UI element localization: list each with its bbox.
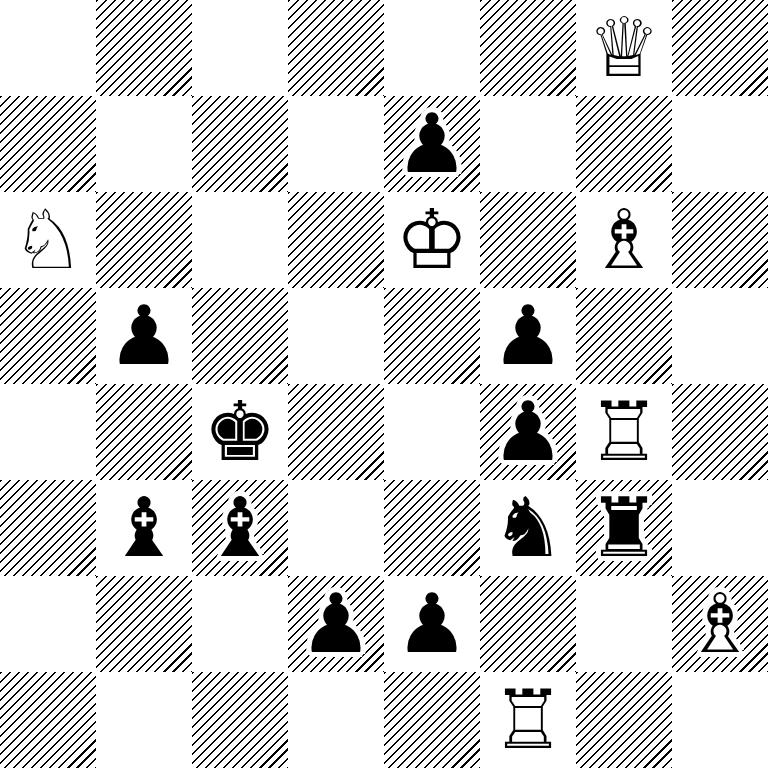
square-g8[interactable]: ♛♕	[576, 0, 672, 96]
black-knight[interactable]: ♞	[480, 480, 576, 576]
black-knight-halo: ♞	[480, 480, 576, 576]
square-c5[interactable]	[192, 288, 288, 384]
white-rook[interactable]: ♖	[480, 672, 576, 768]
square-a5[interactable]	[0, 288, 96, 384]
white-bishop-halo: ♝	[672, 576, 768, 672]
square-g4[interactable]: ♜♖	[576, 384, 672, 480]
square-g2[interactable]	[576, 576, 672, 672]
square-e3[interactable]	[384, 480, 480, 576]
square-f5[interactable]: ♟♟	[480, 288, 576, 384]
square-c2[interactable]	[192, 576, 288, 672]
square-f3[interactable]: ♞♞	[480, 480, 576, 576]
black-pawn-halo: ♟	[96, 288, 192, 384]
square-h4[interactable]	[672, 384, 768, 480]
white-knight[interactable]: ♘	[0, 192, 96, 288]
square-a3[interactable]	[0, 480, 96, 576]
black-pawn-halo: ♟	[288, 576, 384, 672]
white-king[interactable]: ♔	[384, 192, 480, 288]
square-h5[interactable]	[672, 288, 768, 384]
black-rook-halo: ♜	[576, 480, 672, 576]
square-g1[interactable]	[576, 672, 672, 768]
square-c6[interactable]	[192, 192, 288, 288]
square-d7[interactable]	[288, 96, 384, 192]
square-c4[interactable]: ♚♚	[192, 384, 288, 480]
white-rook-halo: ♜	[480, 672, 576, 768]
square-a1[interactable]	[0, 672, 96, 768]
square-f6[interactable]	[480, 192, 576, 288]
white-king-halo: ♚	[384, 192, 480, 288]
square-b3[interactable]: ♝♝	[96, 480, 192, 576]
square-b7[interactable]	[96, 96, 192, 192]
square-a7[interactable]	[0, 96, 96, 192]
white-bishop[interactable]: ♗	[576, 192, 672, 288]
square-d1[interactable]	[288, 672, 384, 768]
black-king-halo: ♚	[192, 384, 288, 480]
black-pawn-halo: ♟	[384, 576, 480, 672]
black-king[interactable]: ♚	[192, 384, 288, 480]
square-h7[interactable]	[672, 96, 768, 192]
white-rook[interactable]: ♖	[576, 384, 672, 480]
square-g6[interactable]: ♝♗	[576, 192, 672, 288]
square-g5[interactable]	[576, 288, 672, 384]
square-e2[interactable]: ♟♟	[384, 576, 480, 672]
square-b8[interactable]	[96, 0, 192, 96]
square-b5[interactable]: ♟♟	[96, 288, 192, 384]
black-bishop-halo: ♝	[96, 480, 192, 576]
black-bishop-halo: ♝	[192, 480, 288, 576]
square-h2[interactable]: ♝♗	[672, 576, 768, 672]
white-queen[interactable]: ♕	[576, 0, 672, 96]
chess-board: ♛♕♟♟♞♘♚♔♝♗♟♟♟♟♚♚♟♟♜♖♝♝♝♝♞♞♜♜♟♟♟♟♝♗♜♖	[0, 0, 768, 768]
square-b2[interactable]	[96, 576, 192, 672]
square-c7[interactable]	[192, 96, 288, 192]
square-b6[interactable]	[96, 192, 192, 288]
square-a2[interactable]	[0, 576, 96, 672]
black-pawn-halo: ♟	[480, 384, 576, 480]
square-e8[interactable]	[384, 0, 480, 96]
square-f8[interactable]	[480, 0, 576, 96]
square-d6[interactable]	[288, 192, 384, 288]
black-pawn-halo: ♟	[480, 288, 576, 384]
square-e7[interactable]: ♟♟	[384, 96, 480, 192]
square-e1[interactable]	[384, 672, 480, 768]
square-e5[interactable]	[384, 288, 480, 384]
square-c1[interactable]	[192, 672, 288, 768]
square-h3[interactable]	[672, 480, 768, 576]
black-rook[interactable]: ♜	[576, 480, 672, 576]
black-pawn[interactable]: ♟	[96, 288, 192, 384]
square-f4[interactable]: ♟♟	[480, 384, 576, 480]
square-b4[interactable]	[96, 384, 192, 480]
square-a4[interactable]	[0, 384, 96, 480]
square-a6[interactable]: ♞♘	[0, 192, 96, 288]
square-e6[interactable]: ♚♔	[384, 192, 480, 288]
square-h6[interactable]	[672, 192, 768, 288]
square-d4[interactable]	[288, 384, 384, 480]
black-bishop[interactable]: ♝	[192, 480, 288, 576]
square-a8[interactable]	[0, 0, 96, 96]
black-pawn-halo: ♟	[384, 96, 480, 192]
square-h1[interactable]	[672, 672, 768, 768]
square-c8[interactable]	[192, 0, 288, 96]
square-d8[interactable]	[288, 0, 384, 96]
square-g7[interactable]	[576, 96, 672, 192]
black-pawn[interactable]: ♟	[288, 576, 384, 672]
square-g3[interactable]: ♜♜	[576, 480, 672, 576]
square-h8[interactable]	[672, 0, 768, 96]
white-rook-halo: ♜	[576, 384, 672, 480]
square-d5[interactable]	[288, 288, 384, 384]
square-d3[interactable]	[288, 480, 384, 576]
square-b1[interactable]	[96, 672, 192, 768]
square-f2[interactable]	[480, 576, 576, 672]
black-pawn[interactable]: ♟	[384, 96, 480, 192]
square-d2[interactable]: ♟♟	[288, 576, 384, 672]
white-bishop-halo: ♝	[576, 192, 672, 288]
square-e4[interactable]	[384, 384, 480, 480]
white-bishop[interactable]: ♗	[672, 576, 768, 672]
black-pawn[interactable]: ♟	[480, 288, 576, 384]
square-f7[interactable]	[480, 96, 576, 192]
chess-diagram: ♛♕♟♟♞♘♚♔♝♗♟♟♟♟♚♚♟♟♜♖♝♝♝♝♞♞♜♜♟♟♟♟♝♗♜♖	[0, 0, 768, 768]
white-knight-halo: ♞	[0, 192, 96, 288]
black-pawn[interactable]: ♟	[480, 384, 576, 480]
white-queen-halo: ♛	[576, 0, 672, 96]
black-pawn[interactable]: ♟	[384, 576, 480, 672]
square-f1[interactable]: ♜♖	[480, 672, 576, 768]
black-bishop[interactable]: ♝	[96, 480, 192, 576]
square-c3[interactable]: ♝♝	[192, 480, 288, 576]
